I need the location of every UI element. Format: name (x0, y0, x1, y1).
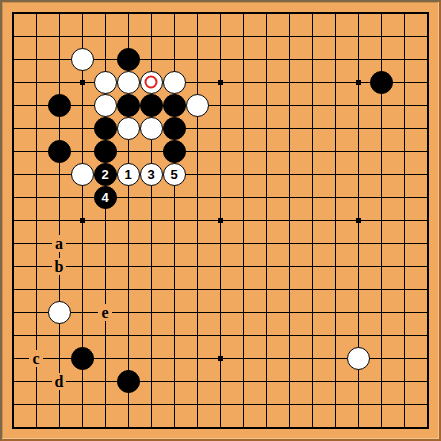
white-stone: 5 (163, 163, 186, 186)
black-stone (370, 71, 393, 94)
white-stone (71, 48, 94, 71)
move-number: 5 (170, 168, 177, 181)
point-label-c: c (29, 350, 42, 367)
move-number: 2 (101, 168, 108, 181)
white-stone (347, 347, 370, 370)
black-stone (163, 140, 186, 163)
star-point (218, 218, 223, 223)
star-point (356, 218, 361, 223)
star-point (218, 356, 223, 361)
white-stone (117, 117, 140, 140)
black-stone (48, 140, 71, 163)
white-stone (163, 71, 186, 94)
white-stone (48, 301, 71, 324)
white-stone (117, 71, 140, 94)
white-stone (94, 94, 117, 117)
black-stone: 2 (94, 163, 117, 186)
white-stone (140, 117, 163, 140)
black-stone (163, 117, 186, 140)
board-point-grid: abecd21354 (2, 2, 439, 439)
go-board: abecd21354 (0, 0, 441, 441)
move-number: 4 (101, 191, 108, 204)
point-label-e: e (98, 304, 111, 321)
move-number: 1 (124, 168, 131, 181)
black-stone: 4 (94, 186, 117, 209)
black-stone (140, 94, 163, 117)
star-point (218, 80, 223, 85)
star-point (80, 218, 85, 223)
circle-marker-icon (145, 76, 158, 89)
point-label-d: d (52, 373, 67, 390)
white-stone (186, 94, 209, 117)
point-label-a: a (52, 235, 66, 252)
black-stone (117, 370, 140, 393)
move-number: 3 (147, 168, 154, 181)
white-stone (71, 163, 94, 186)
black-stone (48, 94, 71, 117)
black-stone (71, 347, 94, 370)
black-stone (94, 117, 117, 140)
star-point (356, 80, 361, 85)
white-stone: 3 (140, 163, 163, 186)
star-point (80, 80, 85, 85)
black-stone (163, 94, 186, 117)
black-stone (117, 94, 140, 117)
white-stone: 1 (117, 163, 140, 186)
white-stone (140, 71, 163, 94)
black-stone (117, 48, 140, 71)
point-label-b: b (52, 258, 67, 275)
white-stone (94, 71, 117, 94)
black-stone (94, 140, 117, 163)
